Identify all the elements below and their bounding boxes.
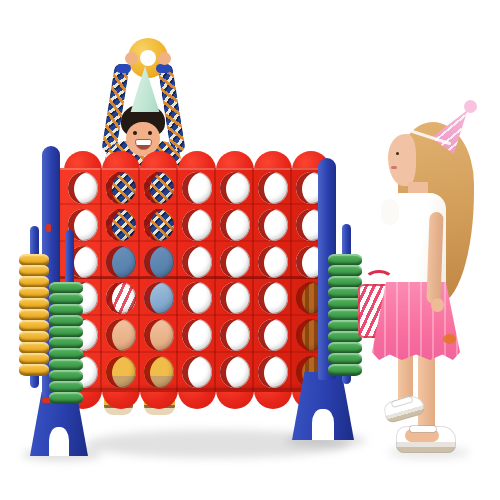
ring-tray-yellow-left bbox=[19, 255, 49, 376]
hole-r1c5-empty bbox=[220, 172, 250, 204]
hole-r4c3-showing-denim-light bbox=[144, 282, 174, 314]
hole-r5c6-empty bbox=[258, 319, 288, 351]
yellow-ring bbox=[19, 364, 49, 376]
girl-hand bbox=[431, 298, 444, 312]
hole-r3c3-showing-denim bbox=[144, 246, 174, 278]
release-lever bbox=[46, 224, 51, 232]
hole-r3c2-showing-denim bbox=[106, 246, 136, 278]
hole-r1c1-empty bbox=[68, 172, 98, 204]
hole-r1c6-empty bbox=[258, 172, 288, 204]
hole-r3c4-empty bbox=[182, 246, 212, 278]
hole-r6c4-empty bbox=[182, 356, 212, 388]
girl-face bbox=[388, 134, 416, 186]
boy-eye bbox=[148, 131, 152, 135]
hole-r5c4-empty bbox=[182, 319, 212, 351]
green-ring bbox=[328, 364, 362, 376]
hole-r2c2-showing-sweater bbox=[106, 209, 136, 241]
hole-r2c5-empty bbox=[220, 209, 250, 241]
hole-r6c2-showing-boot bbox=[106, 356, 136, 388]
skirt-orange-mark bbox=[443, 334, 456, 344]
hole-r2c3-showing-sweater bbox=[144, 209, 174, 241]
hole-r4c6-empty bbox=[258, 282, 288, 314]
hole-r1c4-empty bbox=[182, 172, 212, 204]
boy-hand bbox=[125, 52, 138, 65]
boy-hand bbox=[158, 52, 171, 65]
girl-eye bbox=[396, 152, 399, 155]
leg-arch-cutout bbox=[49, 427, 69, 456]
girl-tutu-skirt bbox=[372, 282, 460, 360]
hole-r5c3-showing-skin bbox=[144, 319, 174, 351]
hole-r6c5-empty bbox=[220, 356, 250, 388]
hole-r4c5-empty bbox=[220, 282, 250, 314]
boy-smile bbox=[135, 139, 152, 150]
hole-r6c3-showing-boot bbox=[144, 356, 174, 388]
product-photo-scene bbox=[0, 0, 500, 500]
hole-r2c6-empty bbox=[258, 209, 288, 241]
boy-eye bbox=[133, 131, 137, 135]
hole-r3c6-empty bbox=[258, 246, 288, 278]
leg-arch-cutout bbox=[312, 409, 333, 440]
ring-tray-green-left bbox=[49, 283, 83, 404]
hole-r3c5-empty bbox=[220, 246, 250, 278]
girl-sleeve bbox=[381, 199, 399, 225]
boy-sleeve-cuff bbox=[156, 64, 171, 73]
green-ring bbox=[49, 392, 83, 404]
ring-tray-green-right bbox=[328, 255, 362, 376]
boy-sleeve-cuff bbox=[116, 64, 131, 73]
hole-r1c3-showing-sweater bbox=[144, 172, 174, 204]
hole-r4c2-showing-zigzag bbox=[106, 282, 136, 314]
sandal-strap bbox=[392, 397, 413, 407]
hat-pom-pom bbox=[464, 100, 477, 113]
boy-head bbox=[121, 104, 165, 158]
hole-r5c5-empty bbox=[220, 319, 250, 351]
girl-sandal bbox=[396, 426, 456, 453]
hole-r1c2-showing-sweater bbox=[106, 172, 136, 204]
hole-r2c4-empty bbox=[182, 209, 212, 241]
board-grid-7x6 bbox=[64, 170, 330, 390]
girl-mouth bbox=[391, 166, 397, 169]
hole-r6c6-empty bbox=[258, 356, 288, 388]
hole-r5c2-showing-skin bbox=[106, 319, 136, 351]
hole-r4c4-empty bbox=[182, 282, 212, 314]
sandal-strap bbox=[410, 426, 436, 432]
